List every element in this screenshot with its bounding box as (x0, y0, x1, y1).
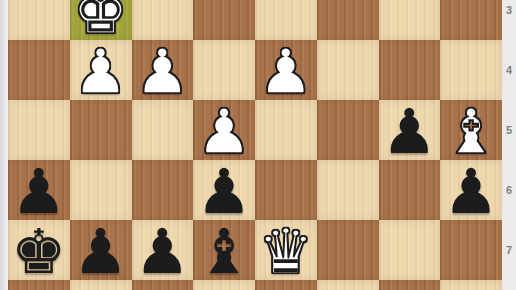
rank-label-5: 5 (502, 122, 516, 138)
square-e7[interactable]: ♝ (193, 220, 255, 280)
chessboard-viewport: ♚♟♟♟♟♟♝♟♟♟♚♟♟♝♛ 34567 (0, 0, 516, 290)
square-h8[interactable] (8, 280, 70, 290)
square-g7[interactable]: ♟ (70, 220, 132, 280)
piece-white-pawn[interactable]: ♟ (135, 41, 191, 103)
square-f8[interactable] (132, 280, 194, 290)
square-b7[interactable] (379, 220, 441, 280)
piece-white-bishop[interactable]: ♝ (443, 101, 499, 163)
square-h7[interactable]: ♚ (8, 220, 70, 280)
piece-white-queen[interactable]: ♛ (258, 221, 314, 283)
square-d3[interactable] (255, 0, 317, 40)
square-c5[interactable] (317, 100, 379, 160)
square-g4[interactable]: ♟ (70, 40, 132, 100)
square-e6[interactable]: ♟ (193, 160, 255, 220)
square-e4[interactable] (193, 40, 255, 100)
square-d5[interactable] (255, 100, 317, 160)
square-a5[interactable]: ♝ (440, 100, 502, 160)
square-f4[interactable]: ♟ (132, 40, 194, 100)
square-f6[interactable] (132, 160, 194, 220)
square-c6[interactable] (317, 160, 379, 220)
square-g8[interactable] (70, 280, 132, 290)
chess-board[interactable]: ♚♟♟♟♟♟♝♟♟♟♚♟♟♝♛ (8, 0, 502, 290)
piece-black-pawn[interactable]: ♟ (196, 161, 252, 223)
square-b3[interactable] (379, 0, 441, 40)
square-c7[interactable] (317, 220, 379, 280)
rank-label-4: 4 (502, 62, 516, 78)
piece-black-bishop[interactable]: ♝ (196, 221, 252, 283)
square-a4[interactable] (440, 40, 502, 100)
square-g6[interactable] (70, 160, 132, 220)
square-e3[interactable] (193, 0, 255, 40)
square-g3[interactable]: ♚ (70, 0, 132, 40)
square-g5[interactable] (70, 100, 132, 160)
square-f5[interactable] (132, 100, 194, 160)
square-d4[interactable]: ♟ (255, 40, 317, 100)
rank-coordinates: 34567 (502, 0, 516, 290)
piece-white-pawn[interactable]: ♟ (196, 101, 252, 163)
square-c8[interactable] (317, 280, 379, 290)
square-e8[interactable] (193, 280, 255, 290)
square-h6[interactable]: ♟ (8, 160, 70, 220)
square-d7[interactable]: ♛ (255, 220, 317, 280)
piece-black-pawn[interactable]: ♟ (135, 221, 191, 283)
piece-black-king[interactable]: ♚ (11, 221, 67, 283)
square-d8[interactable] (255, 280, 317, 290)
rank-label-6: 6 (502, 182, 516, 198)
square-d6[interactable] (255, 160, 317, 220)
square-f7[interactable]: ♟ (132, 220, 194, 280)
rank-label-3: 3 (502, 2, 516, 18)
square-e5[interactable]: ♟ (193, 100, 255, 160)
square-b8[interactable] (379, 280, 441, 290)
square-a6[interactable]: ♟ (440, 160, 502, 220)
square-a7[interactable] (440, 220, 502, 280)
square-b5[interactable]: ♟ (379, 100, 441, 160)
square-b4[interactable] (379, 40, 441, 100)
piece-black-pawn[interactable]: ♟ (73, 221, 129, 283)
piece-black-pawn[interactable]: ♟ (11, 161, 67, 223)
left-gutter (0, 0, 8, 290)
square-b6[interactable] (379, 160, 441, 220)
square-a3[interactable] (440, 0, 502, 40)
piece-black-pawn[interactable]: ♟ (382, 101, 438, 163)
piece-black-pawn[interactable]: ♟ (443, 161, 499, 223)
square-c4[interactable] (317, 40, 379, 100)
piece-white-pawn[interactable]: ♟ (73, 41, 129, 103)
square-a8[interactable] (440, 280, 502, 290)
square-h3[interactable] (8, 0, 70, 40)
rank-label-7: 7 (502, 242, 516, 258)
square-f3[interactable] (132, 0, 194, 40)
square-c3[interactable] (317, 0, 379, 40)
piece-white-pawn[interactable]: ♟ (258, 41, 314, 103)
square-h4[interactable] (8, 40, 70, 100)
square-h5[interactable] (8, 100, 70, 160)
